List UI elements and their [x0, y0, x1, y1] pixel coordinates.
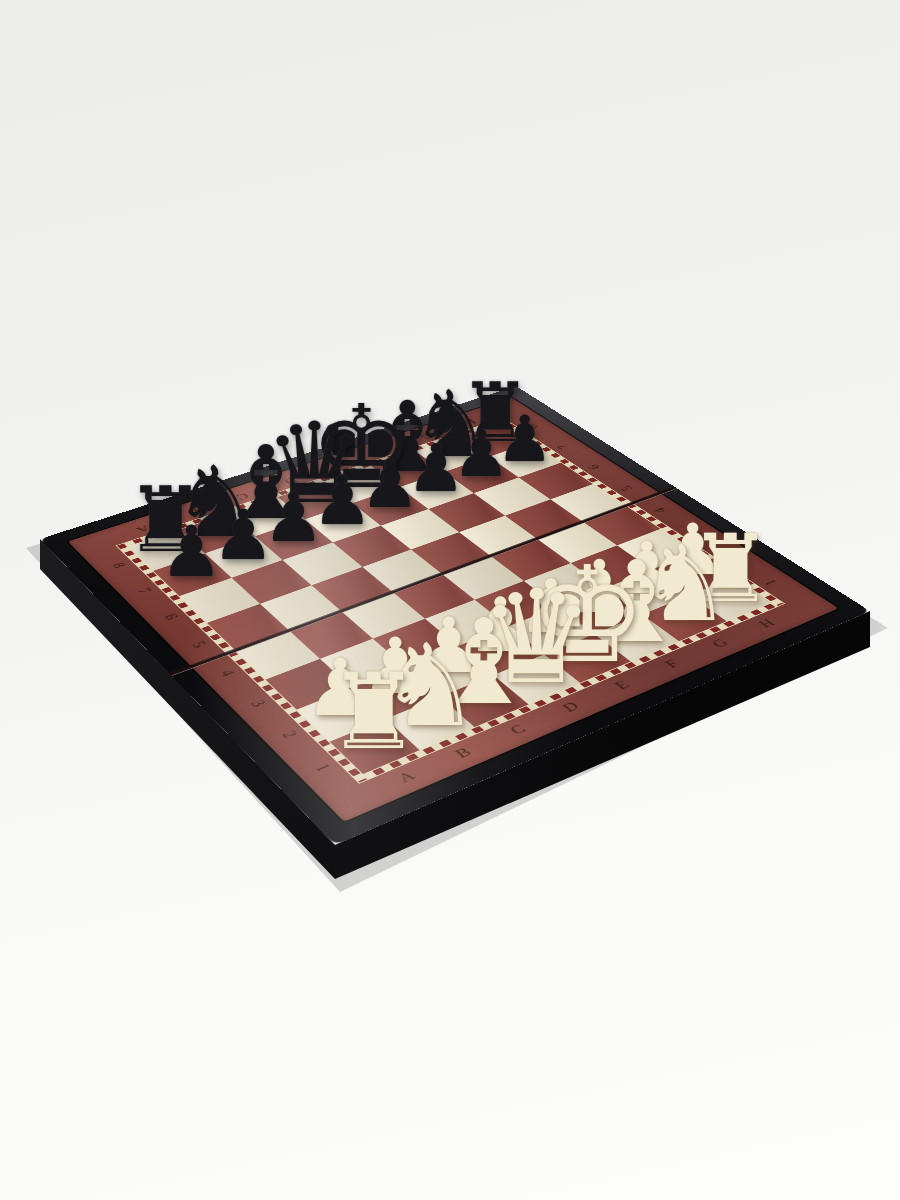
photo-stage: AA88BB77CC66DD55EE44FF33GG22HH11 ♜♞♝♛♚♝♞…	[0, 0, 900, 1200]
piece-white-rook[interactable]: ♜	[327, 661, 421, 766]
piece-black-pawn[interactable]: ♟	[160, 517, 223, 588]
